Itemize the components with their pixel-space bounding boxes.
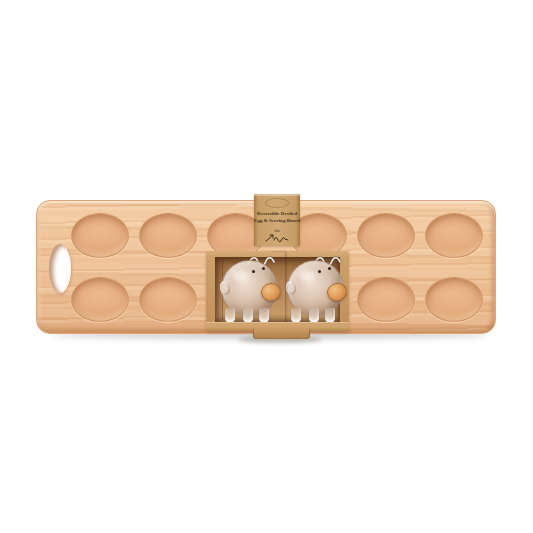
pig-foot [291, 308, 301, 323]
product-label: Reversible Deviled Egg & Serving Board t… [254, 194, 300, 246]
pig-foot [259, 308, 269, 323]
pig-foot [309, 308, 319, 323]
pig-foot [243, 308, 253, 323]
pig-eye [252, 270, 255, 273]
box-divider [272, 252, 285, 323]
pit-r1-c4[interactable] [357, 277, 415, 322]
pit-r1-c5[interactable] [425, 277, 483, 322]
pig-eye [318, 270, 321, 273]
shaker-box [206, 251, 349, 331]
pit-r1-c1[interactable] [139, 277, 197, 322]
pig-foot [325, 308, 335, 323]
brand-script-logo-icon [264, 233, 290, 243]
pit-r0-c4[interactable] [357, 213, 415, 258]
pig-shaker-left [221, 260, 278, 317]
pit-r1-c0[interactable] [71, 277, 129, 322]
pig-shaker-right [287, 260, 344, 317]
label-title-line2: Egg & Serving Board [254, 218, 300, 225]
label-stamp-icon [265, 198, 289, 208]
brand-prefix: the [254, 228, 300, 233]
pit-r0-c1[interactable] [139, 213, 197, 258]
label-title-line1: Reversible Deviled [254, 211, 300, 218]
product-photo-scene: Reversible Deviled Egg & Serving Board t… [0, 0, 533, 533]
glass-highlight [299, 270, 315, 281]
pig-eye [328, 267, 331, 270]
glass-highlight [233, 270, 249, 281]
pit-r0-c5[interactable] [425, 213, 483, 258]
box-tab [253, 329, 310, 339]
pig-eye [262, 267, 265, 270]
pig-foot [225, 308, 235, 323]
pit-r0-c0[interactable] [71, 213, 129, 258]
